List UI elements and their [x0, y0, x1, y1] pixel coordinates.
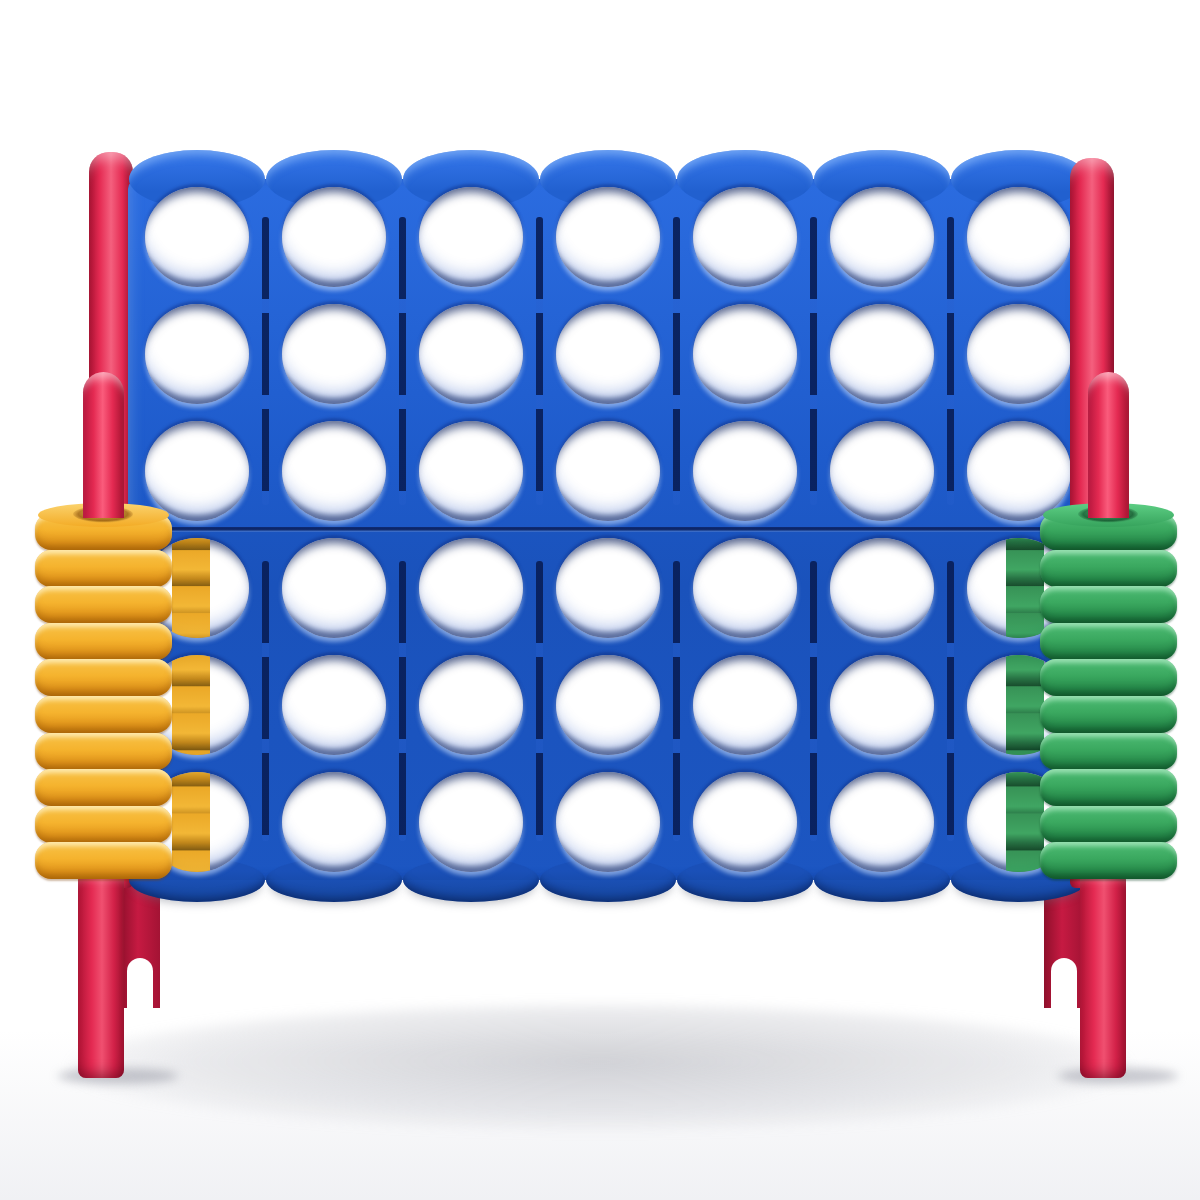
- hole-r5c4-empty: [556, 655, 660, 755]
- hole-r1c7-empty: [967, 187, 1071, 287]
- board-cell-r5c4: [539, 646, 676, 763]
- board-cell-r4c3: [402, 530, 539, 647]
- board-cell-r1c4: [539, 179, 676, 296]
- yellow-back-stack-through-hole: [172, 538, 210, 638]
- board-cell-r6c2: [265, 763, 402, 880]
- board-middle-seam: [128, 527, 1088, 532]
- hole-r3c3-empty: [419, 421, 523, 521]
- green-disc-9: [1040, 806, 1177, 843]
- board-cell-r1c6: [814, 179, 951, 296]
- board-cell-r1c7: [951, 179, 1088, 296]
- yellow-disc-9: [35, 806, 172, 843]
- green-disc-3: [1040, 586, 1177, 623]
- hole-r3c7-empty: [967, 421, 1071, 521]
- board-cell-r1c3: [402, 179, 539, 296]
- green-back-stack-through-hole: [1006, 772, 1044, 872]
- green-back-stack-through-hole: [1006, 655, 1044, 755]
- yellow-back-stack-through-hole: [172, 772, 210, 872]
- hole-r6c3-empty: [419, 772, 523, 872]
- hole-r2c2-empty: [282, 304, 386, 404]
- right-disc-rod: [1088, 372, 1129, 518]
- board-cell-r2c5: [677, 296, 814, 413]
- hole-r4c4-empty: [556, 538, 660, 638]
- board-cell-r3c3: [402, 413, 539, 530]
- hole-r4c3-empty: [419, 538, 523, 638]
- hole-r2c6-empty: [830, 304, 934, 404]
- hole-r1c3-empty: [419, 187, 523, 287]
- yellow-disc-2: [35, 550, 172, 587]
- hole-r3c1-empty: [145, 421, 249, 521]
- hole-r1c5-empty: [693, 187, 797, 287]
- hole-r5c2-empty: [282, 655, 386, 755]
- green-disc-5: [1040, 659, 1177, 696]
- green-back-stack-through-hole: [1006, 538, 1044, 638]
- product-photo-stage: [0, 0, 1200, 1200]
- board-cell-r2c7: [951, 296, 1088, 413]
- hole-r6c2-empty: [282, 772, 386, 872]
- board-cell-r6c5: [677, 763, 814, 880]
- board-cell-r5c6: [814, 646, 951, 763]
- yellow-disc-4: [35, 623, 172, 660]
- hole-r5c6-empty: [830, 655, 934, 755]
- hole-r2c7-empty: [967, 304, 1071, 404]
- board-cell-r3c5: [677, 413, 814, 530]
- hole-r3c2-empty: [282, 421, 386, 521]
- hole-r5c5-empty: [693, 655, 797, 755]
- hole-r3c5-empty: [693, 421, 797, 521]
- green-disc-2: [1040, 550, 1177, 587]
- hole-r1c1-empty: [145, 187, 249, 287]
- green-disc-8: [1040, 769, 1177, 806]
- green-disc-6: [1040, 696, 1177, 733]
- left-disc-rod: [83, 372, 124, 518]
- hole-r6c5-empty: [693, 772, 797, 872]
- left-front-leg: [78, 876, 124, 1078]
- right-leg-arch-cutout: [1051, 958, 1077, 1008]
- hole-r4c2-empty: [282, 538, 386, 638]
- yellow-disc-7: [35, 733, 172, 770]
- hole-r2c5-empty: [693, 304, 797, 404]
- yellow-disc-6: [35, 696, 172, 733]
- green-disc-7: [1040, 733, 1177, 770]
- floor-shadow: [70, 1005, 1130, 1130]
- board-cell-r4c4: [539, 530, 676, 647]
- board-cell-r1c1: [128, 179, 265, 296]
- connect-four-board: [128, 179, 1088, 880]
- board-cell-r2c6: [814, 296, 951, 413]
- board-cell-r6c6: [814, 763, 951, 880]
- yellow-disc-8: [35, 769, 172, 806]
- yellow-disc-5: [35, 659, 172, 696]
- green-disc-10: [1040, 842, 1177, 879]
- board-cell-r6c4: [539, 763, 676, 880]
- yellow-back-stack-through-hole: [172, 655, 210, 755]
- yellow-disc-10: [35, 842, 172, 879]
- hole-r6c6-empty: [830, 772, 934, 872]
- board-cell-r5c2: [265, 646, 402, 763]
- left-leg-arch-cutout: [127, 958, 153, 1008]
- hole-r3c6-empty: [830, 421, 934, 521]
- board-cell-r2c1: [128, 296, 265, 413]
- board-cell-r5c5: [677, 646, 814, 763]
- board-cell-r2c3: [402, 296, 539, 413]
- board-cell-r3c4: [539, 413, 676, 530]
- yellow-disc-3: [35, 586, 172, 623]
- board-cell-r5c3: [402, 646, 539, 763]
- hole-r1c6-empty: [830, 187, 934, 287]
- board-cell-r3c2: [265, 413, 402, 530]
- hole-r2c1-empty: [145, 304, 249, 404]
- board-cell-r4c2: [265, 530, 402, 647]
- board-cell-r6c3: [402, 763, 539, 880]
- right-front-leg: [1080, 876, 1126, 1078]
- hole-r2c3-empty: [419, 304, 523, 404]
- hole-r4c6-empty: [830, 538, 934, 638]
- hole-r1c2-empty: [282, 187, 386, 287]
- hole-r3c4-empty: [556, 421, 660, 521]
- board-cell-r2c4: [539, 296, 676, 413]
- board-cell-r1c2: [265, 179, 402, 296]
- hole-r1c4-empty: [556, 187, 660, 287]
- hole-r4c5-empty: [693, 538, 797, 638]
- green-disc-4: [1040, 623, 1177, 660]
- hole-r6c4-empty: [556, 772, 660, 872]
- board-cell-r2c2: [265, 296, 402, 413]
- board-cell-r1c5: [677, 179, 814, 296]
- board-cell-r3c6: [814, 413, 951, 530]
- hole-r5c3-empty: [419, 655, 523, 755]
- board-cell-r4c6: [814, 530, 951, 647]
- board-cell-r4c5: [677, 530, 814, 647]
- hole-r2c4-empty: [556, 304, 660, 404]
